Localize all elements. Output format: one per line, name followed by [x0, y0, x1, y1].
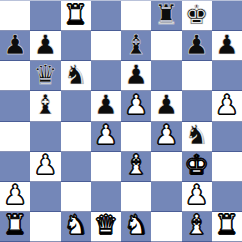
square-d1[interactable]: ♛	[91, 212, 121, 242]
white-bishop: ♝	[185, 212, 209, 241]
square-h6[interactable]	[212, 61, 242, 91]
square-h4[interactable]	[212, 122, 242, 152]
square-c7[interactable]	[61, 31, 91, 61]
square-f7[interactable]	[151, 31, 181, 61]
square-b5[interactable]: ♝	[30, 91, 60, 121]
square-a7[interactable]: ♟	[0, 31, 30, 61]
square-e2[interactable]	[121, 182, 151, 212]
square-h8[interactable]	[212, 1, 242, 31]
black-pawn: ♟	[94, 91, 118, 120]
square-g6[interactable]	[182, 61, 212, 91]
square-g5[interactable]	[182, 91, 212, 121]
square-h7[interactable]: ♟	[212, 31, 242, 61]
square-d5[interactable]: ♟	[91, 91, 121, 121]
white-pawn: ♟	[94, 122, 118, 151]
square-f2[interactable]	[151, 182, 181, 212]
black-rook: ♜	[154, 1, 178, 30]
square-h2[interactable]	[212, 182, 242, 212]
square-f6[interactable]	[151, 61, 181, 91]
black-knight: ♞	[185, 122, 209, 151]
square-e3[interactable]: ♝	[121, 152, 151, 182]
square-c8[interactable]: ♜	[61, 1, 91, 31]
square-b2[interactable]	[30, 182, 60, 212]
white-rook: ♜	[64, 1, 88, 30]
black-pawn: ♟	[154, 91, 178, 120]
black-pawn: ♟	[185, 31, 209, 60]
square-e8[interactable]	[121, 1, 151, 31]
white-pawn: ♟	[33, 152, 57, 181]
square-e5[interactable]: ♟	[121, 91, 151, 121]
square-g1[interactable]: ♝	[182, 212, 212, 242]
square-b4[interactable]	[30, 122, 60, 152]
square-b1[interactable]	[30, 212, 60, 242]
square-a4[interactable]	[0, 122, 30, 152]
white-bishop: ♝	[124, 152, 148, 181]
square-h1[interactable]: ♜	[212, 212, 242, 242]
chess-board: ♜♜♚♟♟♝♟♟♛♞♟♝♟♟♟♟♟♟♞♟♝♚♟♟♜♞♛♞♝♜	[0, 0, 242, 242]
white-pawn: ♟	[3, 182, 27, 211]
white-pawn: ♟	[185, 182, 209, 211]
square-f4[interactable]: ♟	[151, 122, 181, 152]
square-d6[interactable]	[91, 61, 121, 91]
square-c3[interactable]	[61, 152, 91, 182]
black-pawn: ♟	[3, 31, 27, 60]
square-g3[interactable]: ♚	[182, 152, 212, 182]
square-a6[interactable]	[0, 61, 30, 91]
square-a3[interactable]	[0, 152, 30, 182]
square-f8[interactable]: ♜	[151, 1, 181, 31]
square-h3[interactable]	[212, 152, 242, 182]
black-bishop: ♝	[33, 91, 57, 120]
white-pawn: ♟	[124, 91, 148, 120]
white-knight: ♞	[124, 212, 148, 241]
square-a2[interactable]: ♟	[0, 182, 30, 212]
square-g8[interactable]: ♚	[182, 1, 212, 31]
black-pawn: ♟	[215, 31, 239, 60]
black-king: ♚	[185, 1, 209, 30]
square-g4[interactable]: ♞	[182, 122, 212, 152]
square-c5[interactable]	[61, 91, 91, 121]
square-b8[interactable]	[30, 1, 60, 31]
square-d4[interactable]: ♟	[91, 122, 121, 152]
square-d7[interactable]	[91, 31, 121, 61]
square-d8[interactable]	[91, 1, 121, 31]
square-a8[interactable]	[0, 1, 30, 31]
square-d2[interactable]	[91, 182, 121, 212]
black-pawn: ♟	[124, 61, 148, 90]
black-queen: ♛	[33, 61, 57, 90]
square-f1[interactable]	[151, 212, 181, 242]
square-e4[interactable]	[121, 122, 151, 152]
square-a1[interactable]: ♜	[0, 212, 30, 242]
square-f5[interactable]: ♟	[151, 91, 181, 121]
square-c1[interactable]: ♞	[61, 212, 91, 242]
white-pawn: ♟	[215, 91, 239, 120]
black-bishop: ♝	[124, 31, 148, 60]
square-g2[interactable]: ♟	[182, 182, 212, 212]
white-rook: ♜	[215, 212, 239, 241]
square-a5[interactable]	[0, 91, 30, 121]
white-king: ♚	[185, 152, 209, 181]
square-b6[interactable]: ♛	[30, 61, 60, 91]
square-e7[interactable]: ♝	[121, 31, 151, 61]
square-e1[interactable]: ♞	[121, 212, 151, 242]
square-c4[interactable]	[61, 122, 91, 152]
white-knight: ♞	[64, 212, 88, 241]
white-queen: ♛	[94, 212, 118, 241]
square-f3[interactable]	[151, 152, 181, 182]
square-g7[interactable]: ♟	[182, 31, 212, 61]
square-b3[interactable]: ♟	[30, 152, 60, 182]
square-d3[interactable]	[91, 152, 121, 182]
white-pawn: ♟	[154, 122, 178, 151]
square-h5[interactable]: ♟	[212, 91, 242, 121]
square-c2[interactable]	[61, 182, 91, 212]
white-rook: ♜	[3, 212, 27, 241]
black-knight: ♞	[64, 61, 88, 90]
black-pawn: ♟	[33, 31, 57, 60]
square-b7[interactable]: ♟	[30, 31, 60, 61]
square-c6[interactable]: ♞	[61, 61, 91, 91]
square-e6[interactable]: ♟	[121, 61, 151, 91]
